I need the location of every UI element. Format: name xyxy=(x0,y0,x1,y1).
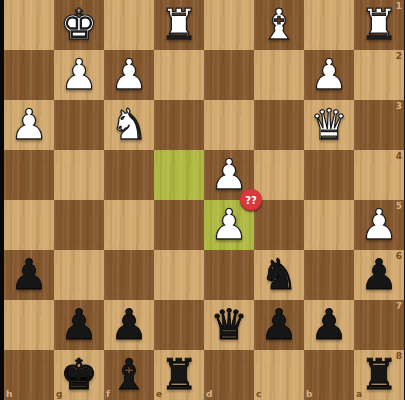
black-bishop[interactable]: ♝ xyxy=(110,350,148,400)
square-e3[interactable] xyxy=(154,100,204,150)
white-pawn[interactable]: ♟ xyxy=(310,50,348,100)
square-d8[interactable] xyxy=(204,350,254,400)
square-e4[interactable] xyxy=(154,150,204,200)
black-pawn[interactable]: ♟ xyxy=(10,250,48,300)
blunder-glyph-badge: ?? xyxy=(240,189,262,211)
white-pawn[interactable]: ♟ xyxy=(60,50,98,100)
square-e1[interactable]: ♜ xyxy=(154,0,204,50)
square-a5[interactable]: ♟ xyxy=(354,200,404,250)
white-queen[interactable]: ♛ xyxy=(310,100,348,150)
square-f8[interactable]: ♝ xyxy=(104,350,154,400)
square-c1[interactable]: ♝ xyxy=(254,0,304,50)
square-h8[interactable] xyxy=(4,350,54,400)
black-pawn[interactable]: ♟ xyxy=(60,300,98,350)
square-h4[interactable] xyxy=(4,150,54,200)
square-f1[interactable] xyxy=(104,0,154,50)
white-rook[interactable]: ♜ xyxy=(360,0,398,50)
square-b6[interactable] xyxy=(304,250,354,300)
square-h7[interactable] xyxy=(4,300,54,350)
white-rook[interactable]: ♜ xyxy=(160,0,198,50)
black-pawn[interactable]: ♟ xyxy=(110,300,148,350)
square-h6[interactable]: ♟ xyxy=(4,250,54,300)
square-h2[interactable] xyxy=(4,50,54,100)
square-a7[interactable] xyxy=(354,300,404,350)
black-king[interactable]: ♚ xyxy=(60,350,98,400)
square-d2[interactable] xyxy=(204,50,254,100)
square-c2[interactable] xyxy=(254,50,304,100)
square-g2[interactable]: ♟ xyxy=(54,50,104,100)
square-g7[interactable]: ♟ xyxy=(54,300,104,350)
white-pawn[interactable]: ♟ xyxy=(360,200,398,250)
white-pawn[interactable]: ♟ xyxy=(10,100,48,150)
square-d7[interactable]: ♛ xyxy=(204,300,254,350)
square-d1[interactable] xyxy=(204,0,254,50)
square-c7[interactable]: ♟ xyxy=(254,300,304,350)
square-f2[interactable]: ♟ xyxy=(104,50,154,100)
black-rook[interactable]: ♜ xyxy=(160,350,198,400)
white-king[interactable]: ♚ xyxy=(60,0,98,50)
square-g3[interactable] xyxy=(54,100,104,150)
black-queen[interactable]: ♛ xyxy=(210,300,248,350)
square-c8[interactable] xyxy=(254,350,304,400)
square-f3[interactable]: ♞ xyxy=(104,100,154,150)
square-a1[interactable]: ♜ xyxy=(354,0,404,50)
square-h3[interactable]: ♟ xyxy=(4,100,54,150)
black-pawn[interactable]: ♟ xyxy=(310,300,348,350)
square-g5[interactable] xyxy=(54,200,104,250)
square-c5[interactable] xyxy=(254,200,304,250)
black-knight[interactable]: ♞ xyxy=(260,250,298,300)
square-a3[interactable] xyxy=(354,100,404,150)
square-e6[interactable] xyxy=(154,250,204,300)
square-b8[interactable] xyxy=(304,350,354,400)
square-b7[interactable]: ♟ xyxy=(304,300,354,350)
square-e5[interactable] xyxy=(154,200,204,250)
square-c3[interactable] xyxy=(254,100,304,150)
square-g4[interactable] xyxy=(54,150,104,200)
black-pawn[interactable]: ♟ xyxy=(260,300,298,350)
square-g6[interactable] xyxy=(54,250,104,300)
chess-board: ?? ♚♜♝♜♟♟♟♟♞♛♟♟♟♟♞♟♟♟♛♟♟♚♝♜♜12345678hgfe… xyxy=(4,0,404,400)
square-d3[interactable] xyxy=(204,100,254,150)
square-a4[interactable] xyxy=(354,150,404,200)
white-bishop[interactable]: ♝ xyxy=(260,0,298,50)
square-f6[interactable] xyxy=(104,250,154,300)
square-a6[interactable]: ♟ xyxy=(354,250,404,300)
black-rook[interactable]: ♜ xyxy=(360,350,398,400)
square-h5[interactable] xyxy=(4,200,54,250)
square-e2[interactable] xyxy=(154,50,204,100)
square-d6[interactable] xyxy=(204,250,254,300)
square-c6[interactable]: ♞ xyxy=(254,250,304,300)
square-e8[interactable]: ♜ xyxy=(154,350,204,400)
chess-app-screenshot: { "game": "chess", "position": { "fen": … xyxy=(0,0,405,400)
square-g1[interactable]: ♚ xyxy=(54,0,104,50)
square-e7[interactable] xyxy=(154,300,204,350)
square-a8[interactable]: ♜ xyxy=(354,350,404,400)
square-a2[interactable] xyxy=(354,50,404,100)
square-c4[interactable] xyxy=(254,150,304,200)
square-b1[interactable] xyxy=(304,0,354,50)
square-b2[interactable]: ♟ xyxy=(304,50,354,100)
white-pawn[interactable]: ♟ xyxy=(110,50,148,100)
square-f5[interactable] xyxy=(104,200,154,250)
black-pawn[interactable]: ♟ xyxy=(360,250,398,300)
square-f4[interactable] xyxy=(104,150,154,200)
square-f7[interactable]: ♟ xyxy=(104,300,154,350)
square-g8[interactable]: ♚ xyxy=(54,350,104,400)
square-h1[interactable] xyxy=(4,0,54,50)
square-b3[interactable]: ♛ xyxy=(304,100,354,150)
square-b5[interactable] xyxy=(304,200,354,250)
square-b4[interactable] xyxy=(304,150,354,200)
white-knight[interactable]: ♞ xyxy=(110,100,148,150)
